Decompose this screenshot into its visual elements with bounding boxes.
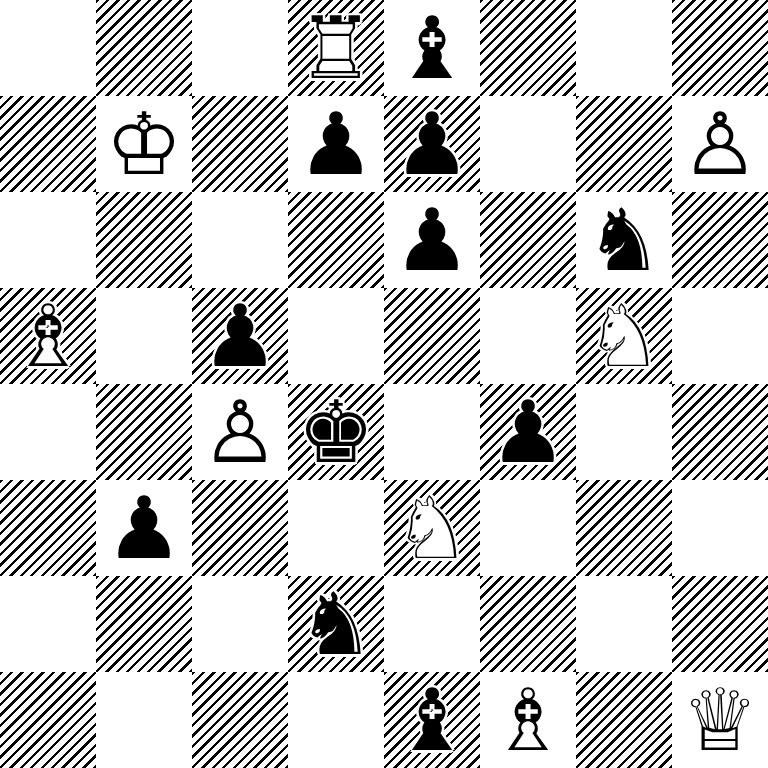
square-b7[interactable]: ♚♔ xyxy=(96,96,192,192)
square-c3[interactable] xyxy=(192,480,288,576)
black-pawn-f4: ♟ xyxy=(480,384,576,480)
square-c4[interactable]: ♟♙ xyxy=(192,384,288,480)
black-pawn-c5: ♟ xyxy=(192,288,288,384)
square-f8[interactable] xyxy=(480,0,576,96)
square-h6[interactable] xyxy=(672,192,768,288)
square-a5[interactable]: ♝♗ xyxy=(0,288,96,384)
square-d3[interactable] xyxy=(288,480,384,576)
white-knight-e3: ♘ xyxy=(384,480,480,576)
square-c1[interactable] xyxy=(192,672,288,768)
square-h3[interactable] xyxy=(672,480,768,576)
square-d1[interactable] xyxy=(288,672,384,768)
square-a4[interactable] xyxy=(0,384,96,480)
piece-silhouette-mask: ♜ xyxy=(288,0,384,96)
square-h4[interactable] xyxy=(672,384,768,480)
square-e7[interactable]: ♟♟ xyxy=(384,96,480,192)
black-pawn-e6: ♟ xyxy=(384,192,480,288)
white-bishop-a5: ♗ xyxy=(0,288,96,384)
square-a6[interactable] xyxy=(0,192,96,288)
black-bishop-e8: ♝ xyxy=(384,0,480,96)
square-g1[interactable] xyxy=(576,672,672,768)
black-pawn-b3: ♟ xyxy=(96,480,192,576)
square-b6[interactable] xyxy=(96,192,192,288)
piece-silhouette-mask: ♟ xyxy=(384,96,480,192)
white-king-b7: ♔ xyxy=(96,96,192,192)
chess-diagram: ♜♖♝♝♚♔♟♟♟♟♟♙♟♟♞♞♝♗♟♟♞♘♟♙♚♚♟♟♟♟♞♘♞♞♝♝♝♗♛♕ xyxy=(0,0,768,768)
square-e4[interactable] xyxy=(384,384,480,480)
piece-silhouette-mask: ♟ xyxy=(384,192,480,288)
square-a8[interactable] xyxy=(0,0,96,96)
square-g7[interactable] xyxy=(576,96,672,192)
square-f7[interactable] xyxy=(480,96,576,192)
white-rook-d8: ♖ xyxy=(288,0,384,96)
square-a3[interactable] xyxy=(0,480,96,576)
black-bishop-e1: ♝ xyxy=(384,672,480,768)
square-f6[interactable] xyxy=(480,192,576,288)
black-knight-d2: ♞ xyxy=(288,576,384,672)
square-f5[interactable] xyxy=(480,288,576,384)
square-e6[interactable]: ♟♟ xyxy=(384,192,480,288)
black-pawn-e7: ♟ xyxy=(384,96,480,192)
piece-silhouette-mask: ♝ xyxy=(384,0,480,96)
piece-silhouette-mask: ♟ xyxy=(672,96,768,192)
square-a2[interactable] xyxy=(0,576,96,672)
square-c7[interactable] xyxy=(192,96,288,192)
chess-board: ♜♖♝♝♚♔♟♟♟♟♟♙♟♟♞♞♝♗♟♟♞♘♟♙♚♚♟♟♟♟♞♘♞♞♝♝♝♗♛♕ xyxy=(0,0,768,768)
black-king-d4: ♚ xyxy=(288,384,384,480)
square-f3[interactable] xyxy=(480,480,576,576)
square-b8[interactable] xyxy=(96,0,192,96)
square-b1[interactable] xyxy=(96,672,192,768)
white-pawn-h7: ♙ xyxy=(672,96,768,192)
square-d7[interactable]: ♟♟ xyxy=(288,96,384,192)
square-b2[interactable] xyxy=(96,576,192,672)
piece-silhouette-mask: ♚ xyxy=(96,96,192,192)
square-g5[interactable]: ♞♘ xyxy=(576,288,672,384)
piece-silhouette-mask: ♚ xyxy=(288,384,384,480)
square-h1[interactable]: ♛♕ xyxy=(672,672,768,768)
square-h2[interactable] xyxy=(672,576,768,672)
white-knight-g5: ♘ xyxy=(576,288,672,384)
square-h7[interactable]: ♟♙ xyxy=(672,96,768,192)
piece-silhouette-mask: ♛ xyxy=(672,672,768,768)
square-d6[interactable] xyxy=(288,192,384,288)
square-g6[interactable]: ♞♞ xyxy=(576,192,672,288)
black-knight-g6: ♞ xyxy=(576,192,672,288)
square-d5[interactable] xyxy=(288,288,384,384)
square-f4[interactable]: ♟♟ xyxy=(480,384,576,480)
square-g3[interactable] xyxy=(576,480,672,576)
square-e1[interactable]: ♝♝ xyxy=(384,672,480,768)
square-e2[interactable] xyxy=(384,576,480,672)
square-a7[interactable] xyxy=(0,96,96,192)
square-d4[interactable]: ♚♚ xyxy=(288,384,384,480)
white-pawn-c4: ♙ xyxy=(192,384,288,480)
piece-silhouette-mask: ♟ xyxy=(96,480,192,576)
square-d2[interactable]: ♞♞ xyxy=(288,576,384,672)
square-c2[interactable] xyxy=(192,576,288,672)
square-f1[interactable]: ♝♗ xyxy=(480,672,576,768)
square-e8[interactable]: ♝♝ xyxy=(384,0,480,96)
square-g2[interactable] xyxy=(576,576,672,672)
piece-silhouette-mask: ♝ xyxy=(384,672,480,768)
piece-silhouette-mask: ♞ xyxy=(576,288,672,384)
square-e5[interactable] xyxy=(384,288,480,384)
square-c6[interactable] xyxy=(192,192,288,288)
square-c8[interactable] xyxy=(192,0,288,96)
square-c5[interactable]: ♟♟ xyxy=(192,288,288,384)
white-queen-h1: ♕ xyxy=(672,672,768,768)
square-f2[interactable] xyxy=(480,576,576,672)
square-b5[interactable] xyxy=(96,288,192,384)
piece-silhouette-mask: ♟ xyxy=(192,384,288,480)
square-h8[interactable] xyxy=(672,0,768,96)
square-g4[interactable] xyxy=(576,384,672,480)
square-d8[interactable]: ♜♖ xyxy=(288,0,384,96)
square-a1[interactable] xyxy=(0,672,96,768)
piece-silhouette-mask: ♞ xyxy=(576,192,672,288)
piece-silhouette-mask: ♞ xyxy=(288,576,384,672)
square-e3[interactable]: ♞♘ xyxy=(384,480,480,576)
piece-silhouette-mask: ♟ xyxy=(288,96,384,192)
piece-silhouette-mask: ♟ xyxy=(192,288,288,384)
piece-silhouette-mask: ♞ xyxy=(384,480,480,576)
piece-silhouette-mask: ♟ xyxy=(480,384,576,480)
piece-silhouette-mask: ♝ xyxy=(0,288,96,384)
square-h5[interactable] xyxy=(672,288,768,384)
piece-silhouette-mask: ♝ xyxy=(480,672,576,768)
square-g8[interactable] xyxy=(576,0,672,96)
black-pawn-d7: ♟ xyxy=(288,96,384,192)
square-b4[interactable] xyxy=(96,384,192,480)
white-bishop-f1: ♗ xyxy=(480,672,576,768)
square-b3[interactable]: ♟♟ xyxy=(96,480,192,576)
